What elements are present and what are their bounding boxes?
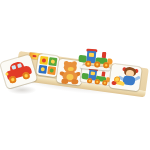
train-window (89, 53, 94, 57)
train-window (90, 72, 95, 76)
product-photo-scene (0, 0, 150, 150)
puzzle-piece-train-lifted[interactable] (78, 46, 114, 70)
block-yellow (39, 56, 48, 65)
teddy-leg-right (71, 79, 78, 84)
doll-art (110, 64, 141, 92)
puzzle-piece-blocks[interactable] (36, 54, 60, 78)
block-green (48, 57, 57, 66)
train-wheel (87, 78, 93, 84)
doll-dress (122, 75, 135, 86)
train-wheel (94, 79, 100, 85)
train-piece-art (78, 46, 114, 70)
teddy-leg-left (61, 79, 68, 84)
block-blue (38, 65, 47, 74)
puzzle-piece-doll[interactable] (109, 64, 142, 92)
block-orange (47, 66, 56, 75)
blocks-2x2-grid (38, 56, 57, 75)
train-wheel (102, 80, 108, 86)
